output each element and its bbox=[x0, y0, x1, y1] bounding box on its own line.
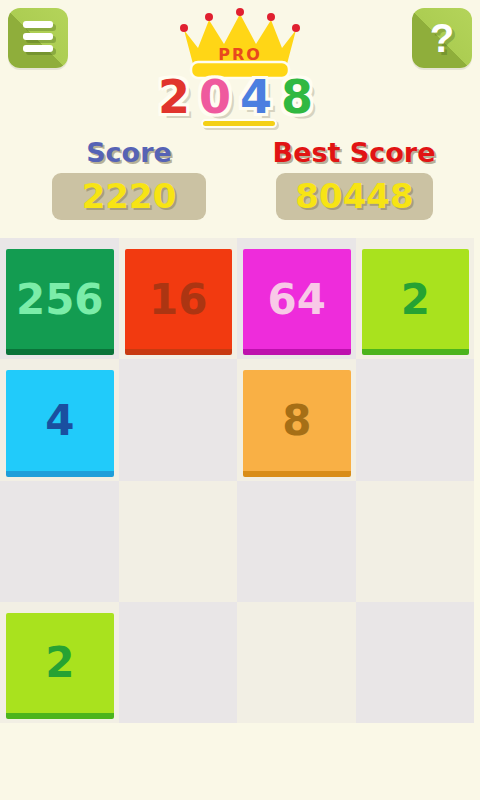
cell-r1c0: 4 bbox=[0, 359, 119, 480]
tile-64: 64 bbox=[243, 249, 351, 355]
cell-r0c1: 16 bbox=[119, 238, 238, 359]
cell-r3c1 bbox=[119, 602, 238, 723]
cell-r0c2: 64 bbox=[237, 238, 356, 359]
pro-label: PRO bbox=[218, 45, 262, 64]
tile-2: 2 bbox=[6, 613, 114, 719]
logo-2048: 2048 bbox=[0, 74, 480, 122]
logo-digit-8: 8 bbox=[281, 70, 322, 124]
tile-16: 16 bbox=[125, 249, 233, 355]
cell-r2c3 bbox=[356, 481, 475, 602]
cell-r3c3 bbox=[356, 602, 475, 723]
question-mark-icon: ? bbox=[430, 16, 454, 60]
cell-r2c1 bbox=[119, 481, 238, 602]
score-label: Score bbox=[52, 136, 206, 170]
best-score-label: Best Score bbox=[262, 136, 446, 170]
cell-r3c0: 2 bbox=[0, 602, 119, 723]
tile-256: 256 bbox=[6, 249, 114, 355]
hamburger-icon bbox=[23, 21, 53, 28]
cell-r1c3 bbox=[356, 359, 475, 480]
hamburger-icon bbox=[23, 33, 53, 40]
board[interactable]: 25616642482 bbox=[0, 238, 474, 723]
logo-underline bbox=[201, 119, 277, 128]
app-screen: ? PRO 2048 Score 2220 Best Score 80448 2… bbox=[0, 0, 480, 800]
cell-r1c2: 8 bbox=[237, 359, 356, 480]
cell-r2c0 bbox=[0, 481, 119, 602]
cell-r0c3: 2 bbox=[356, 238, 475, 359]
tile-4: 4 bbox=[6, 370, 114, 476]
logo-digit-0: 0 bbox=[199, 70, 240, 124]
cell-r2c2 bbox=[237, 481, 356, 602]
hamburger-icon bbox=[23, 45, 53, 52]
score-value: 2220 bbox=[52, 173, 206, 220]
logo-digit-2: 2 bbox=[158, 70, 199, 124]
help-button[interactable]: ? bbox=[412, 8, 472, 68]
logo-digit-4: 4 bbox=[240, 70, 281, 124]
menu-button[interactable] bbox=[8, 8, 68, 68]
cell-r1c1 bbox=[119, 359, 238, 480]
best-score-value: 80448 bbox=[276, 173, 433, 220]
cell-r3c2 bbox=[237, 602, 356, 723]
cell-r0c0: 256 bbox=[0, 238, 119, 359]
tile-2: 2 bbox=[362, 249, 470, 355]
tile-8: 8 bbox=[243, 370, 351, 476]
